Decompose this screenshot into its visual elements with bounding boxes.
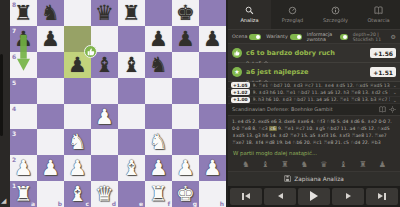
expand-icon[interactable]: ⌄	[393, 89, 397, 95]
square-e1[interactable]: e	[118, 181, 145, 207]
engine-lines: +1.05 9. ♖e1 ♘bd7 10. ♗d3 ♕c7 11. ♗e4 ♗d…	[228, 82, 400, 104]
square-f8[interactable]	[145, 0, 172, 26]
variation-piece-strip: ♞♝♜♞♛♝♜♟	[228, 159, 400, 171]
square-e8[interactable]: ♜	[118, 0, 145, 26]
go-end-button[interactable]	[366, 188, 398, 205]
square-g7[interactable]: ♟	[172, 26, 199, 52]
tab-label: Analiza	[240, 17, 258, 23]
square-g4[interactable]	[172, 104, 199, 130]
feedback-title: c6 to bardzo dobry ruch	[246, 49, 335, 57]
tab-label: Przegląd	[282, 17, 303, 23]
toggle-label: Warianty	[266, 34, 287, 39]
line-moves: 9. ♗d3 h6 10. ♖e1 ♘bd7 11. a4 a6 12. h3 …	[253, 90, 390, 95]
square-b1[interactable]: b	[37, 181, 64, 207]
white-piece-h2[interactable]: ♟	[199, 155, 226, 181]
white-piece-f2[interactable]: ♟	[145, 155, 172, 181]
square-h3[interactable]	[199, 129, 226, 155]
go-start-button[interactable]	[230, 188, 262, 205]
preview-piece-icon: ♞	[242, 160, 249, 169]
white-piece-g1[interactable]: ♚	[172, 181, 199, 207]
square-a4[interactable]: 4	[10, 104, 37, 130]
square-e5[interactable]	[118, 78, 145, 104]
chess-board: 8♜♞♛♜♚7♟♟♟♟♟6♟♝♝♞54♟3♞♞2♟♟♟♝♟♟♟1a♜bc♝d♛e…	[10, 0, 226, 207]
black-piece-a8[interactable]: ♜	[10, 0, 37, 26]
preview-piece-icon: ♜	[281, 160, 288, 169]
line-moves: 9. ♖e1 ♘bd7 10. ♗d3 ♕c7 11. ♗e4 ♗d5 12. …	[253, 83, 390, 88]
square-d1[interactable]: d♛	[91, 181, 118, 207]
engine-line[interactable]: +1.05 9. ♖e1 ♘bd7 10. ♗d3 ♕c7 11. ♗e4 ♗d…	[228, 82, 400, 89]
current-move[interactable]: c6	[269, 126, 276, 131]
file-label-h: h	[220, 200, 224, 207]
white-piece-f3[interactable]: ♞	[145, 129, 172, 155]
black-piece-f7[interactable]: ♟	[145, 26, 172, 52]
eval-badge: +1.00	[231, 97, 250, 103]
toggle-switch[interactable]	[290, 34, 302, 40]
play-button[interactable]	[298, 188, 330, 205]
rank-label-5: 5	[12, 79, 16, 86]
white-piece-e2[interactable]: ♝	[118, 155, 145, 181]
square-g6[interactable]	[172, 52, 199, 78]
black-piece-f6[interactable]: ♞	[145, 52, 172, 78]
gauge-icon	[288, 6, 297, 15]
black-piece-b8[interactable]: ♞	[37, 0, 64, 26]
black-piece-h7[interactable]: ♟	[199, 26, 226, 52]
book-icon	[374, 6, 383, 15]
eval-badge: +1.56	[370, 48, 396, 58]
file-label-b: b	[58, 200, 62, 207]
eval-badge: +1.05	[231, 82, 250, 88]
saved-analysis-button[interactable]: Zapisana Analiza	[228, 171, 400, 186]
square-c4[interactable]	[64, 104, 91, 130]
white-piece-c1[interactable]: ♝	[64, 181, 91, 207]
black-piece-g8[interactable]: ♚	[172, 0, 199, 26]
gear-icon[interactable]	[389, 106, 396, 113]
square-b7[interactable]: ♟	[37, 26, 64, 52]
preview-piece-icon: ♜	[359, 160, 366, 169]
square-h7[interactable]: ♟	[199, 26, 226, 52]
opening-row: Scandinavian Defense: Boehnke Gambit	[228, 104, 400, 116]
saved-analysis-label: Zapisana Analiza	[294, 176, 343, 182]
black-piece-d8[interactable]: ♛	[91, 0, 118, 26]
square-c8[interactable]	[64, 0, 91, 26]
square-a6[interactable]: 6	[10, 52, 37, 78]
square-a5[interactable]: 5	[10, 78, 37, 104]
square-g3[interactable]	[172, 129, 199, 155]
square-c2[interactable]: ♟	[64, 155, 91, 181]
square-e6[interactable]: ♝	[118, 52, 145, 78]
rank-label-3: 3	[12, 130, 16, 137]
info-icon	[331, 6, 340, 15]
rank-label-4: 4	[12, 105, 16, 112]
black-piece-e6[interactable]: ♝	[118, 52, 145, 78]
square-f2[interactable]: ♟	[145, 155, 172, 181]
tab-analiza[interactable]: Analiza	[228, 0, 271, 29]
move-list[interactable]: 1. e4 d5 2. exd5 e6 3. dxe6 ♗xe6 4. ♘f3 …	[228, 116, 400, 148]
rank-label-6: 6	[12, 53, 16, 60]
square-b6[interactable]	[37, 52, 64, 78]
scrollbar[interactable]	[0, 54, 3, 136]
white-piece-d4[interactable]: ♟	[91, 104, 118, 130]
save-icon	[284, 175, 291, 182]
square-d3[interactable]	[91, 129, 118, 155]
square-b2[interactable]: ♟	[37, 155, 64, 181]
feedback-title: a6 jest najlepsze	[246, 68, 309, 76]
square-f4[interactable]	[145, 104, 172, 130]
black-piece-a7[interactable]: ♟	[10, 26, 37, 52]
white-piece-a1[interactable]: ♜	[10, 181, 37, 207]
engine-line[interactable]: +1.00 9. h3 h6 10. ♗d3 ♘bd7 11. a4 a6 12…	[228, 97, 400, 104]
square-h4[interactable]	[199, 104, 226, 130]
square-g2[interactable]: ♟	[172, 155, 199, 181]
engine-line[interactable]: +1.02 9. ♗d3 h6 10. ♖e1 ♘bd7 11. a4 a6 1…	[228, 89, 400, 96]
white-piece-c3[interactable]: ♞	[64, 129, 91, 155]
moves-line: ♕d8 19. b4 ♘b6 20. ♕c1 ♖e8 21. c5 ♘d4 22…	[265, 140, 381, 145]
square-h1[interactable]: h	[199, 181, 226, 207]
square-e3[interactable]	[118, 129, 145, 155]
star-icon: ★	[232, 67, 242, 77]
square-h8[interactable]	[199, 0, 226, 26]
square-e7[interactable]	[118, 26, 145, 52]
toggle-label: Ocena	[232, 34, 247, 39]
thumbs-up-icon	[232, 48, 242, 58]
square-c1[interactable]: c♝	[64, 181, 91, 207]
tab-otwarcia[interactable]: Otwarcia	[357, 0, 400, 29]
tab-przeglad[interactable]: Przegląd	[271, 0, 314, 29]
file-label-e: e	[139, 200, 143, 207]
square-c3[interactable]: ♞	[64, 129, 91, 155]
square-b4[interactable]	[37, 104, 64, 130]
white-piece-f1[interactable]: ♜	[145, 181, 172, 207]
square-g8[interactable]: ♚	[172, 0, 199, 26]
gear-icon[interactable]: ⚙	[391, 33, 396, 40]
square-e4[interactable]	[118, 104, 145, 130]
white-piece-b2[interactable]: ♟	[37, 155, 64, 181]
preview-piece-icon: ♝	[340, 160, 347, 169]
playback-controls	[228, 186, 400, 207]
square-h6[interactable]	[199, 52, 226, 78]
square-a3[interactable]: 3	[10, 129, 37, 155]
white-piece-g2[interactable]: ♟	[172, 155, 199, 181]
square-d2[interactable]	[91, 155, 118, 181]
preview-piece-icon: ♝	[262, 160, 269, 169]
square-h5[interactable]	[199, 78, 226, 104]
feedback-row-best-move[interactable]: ★ a6 jest najlepsze 9.♗g5 +1.51	[228, 63, 400, 82]
tab-szczegoly[interactable]: Szczegóły	[314, 0, 357, 29]
search-icon	[245, 6, 254, 15]
square-h2[interactable]: ♟	[199, 155, 226, 181]
moves-line: ♖e8 8. ♘c3	[241, 126, 269, 131]
black-piece-b7[interactable]: ♟	[37, 26, 64, 52]
continuation-link-text: W partii mogło dalej nastąpić...	[233, 150, 317, 156]
toggle-ocena[interactable]: Ocena	[232, 34, 261, 40]
square-a1[interactable]: 1a♜	[10, 181, 37, 207]
eval-badge: +1.02	[231, 89, 250, 95]
square-f7[interactable]: ♟	[145, 26, 172, 52]
square-d5[interactable]	[91, 78, 118, 104]
toggle-switch[interactable]	[249, 34, 261, 40]
square-b5[interactable]	[37, 78, 64, 104]
square-b8[interactable]: ♞	[37, 0, 64, 26]
square-b3[interactable]	[37, 129, 64, 155]
black-piece-g7[interactable]: ♟	[172, 26, 199, 52]
preview-piece-icon: ♞	[301, 160, 308, 169]
prev-move-button[interactable]	[264, 188, 296, 205]
white-piece-c2[interactable]: ♟	[64, 155, 91, 181]
book-icon[interactable]	[379, 106, 386, 113]
square-d8[interactable]: ♛	[91, 0, 118, 26]
opening-name: Scandinavian Defense: Boehnke Gambit	[232, 106, 376, 112]
expand-icon[interactable]: ⌄	[393, 82, 397, 88]
square-g5[interactable]	[172, 78, 199, 104]
square-f6[interactable]: ♞	[145, 52, 172, 78]
square-e2[interactable]: ♝	[118, 155, 145, 181]
continuation-link[interactable]: W partii mogło dalej nastąpić...	[228, 148, 400, 159]
resize-handle-icon[interactable]: ◢	[1, 197, 9, 205]
square-g1[interactable]: g♚	[172, 181, 199, 207]
next-move-button[interactable]	[332, 188, 364, 205]
line-moves: 9. h3 h6 10. ♗d3 ♘bd7 11. a4 a6 12. ♖e1 …	[253, 97, 390, 102]
toggle-warianty[interactable]: Warianty	[266, 34, 301, 40]
page-left-gutter: ◢	[0, 0, 10, 207]
tab-label: Otwarcia	[367, 17, 389, 23]
square-a7[interactable]: 7♟	[10, 26, 37, 52]
square-a8[interactable]: 8♜	[10, 0, 37, 26]
analysis-app: ◢ 8♜♞♛♜♚7♟♟♟♟♟6♟♝♝♞54♟3♞♞2♟♟♟♝♟♟♟1a♜bc♝d…	[0, 0, 400, 207]
square-c5[interactable]	[64, 78, 91, 104]
tab-bar: Analiza Przegląd Szczegóły Otwarcia	[228, 0, 400, 30]
square-d4[interactable]: ♟	[91, 104, 118, 130]
white-piece-d1[interactable]: ♛	[91, 181, 118, 207]
black-piece-e8[interactable]: ♜	[118, 0, 145, 26]
expand-icon[interactable]: ⌄	[393, 97, 397, 103]
square-f1[interactable]: f♜	[145, 181, 172, 207]
white-piece-a2[interactable]: ♟	[10, 155, 37, 181]
square-f5[interactable]	[145, 78, 172, 104]
preview-piece-icon: ♛	[320, 160, 327, 169]
preview-piece-icon: ♟	[379, 160, 386, 169]
square-a2[interactable]: 2♟	[10, 155, 37, 181]
square-f3[interactable]: ♞	[145, 129, 172, 155]
eval-badge: +1.51	[370, 67, 396, 77]
toggle-switch[interactable]	[340, 34, 348, 40]
tab-label: Szczegóły	[323, 17, 348, 23]
analysis-panel: Analiza Przegląd Szczegóły Otwarcia Ocen…	[228, 0, 400, 207]
